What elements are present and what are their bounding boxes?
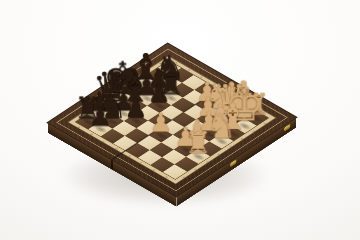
coordinate-label: E bbox=[225, 90, 228, 92]
coordinate-label: C bbox=[200, 76, 204, 78]
coordinate-label: F bbox=[237, 97, 240, 99]
coordinate-label: B bbox=[188, 69, 192, 71]
brass-clasp bbox=[230, 159, 236, 167]
coordinate-label: H bbox=[262, 112, 266, 114]
coordinate-label: A bbox=[175, 62, 179, 64]
product-photo-stage: ABCDEFGH ABCDEFGH 87654321 87654321 ♟♝♜♞… bbox=[0, 0, 360, 240]
coordinate-label: D bbox=[213, 83, 217, 85]
coordinate-label: C bbox=[103, 140, 107, 142]
fold-gap bbox=[111, 159, 112, 170]
brass-clasp bbox=[284, 124, 290, 132]
coordinate-label: G bbox=[250, 104, 254, 106]
coordinate-label: 1 bbox=[182, 176, 185, 178]
